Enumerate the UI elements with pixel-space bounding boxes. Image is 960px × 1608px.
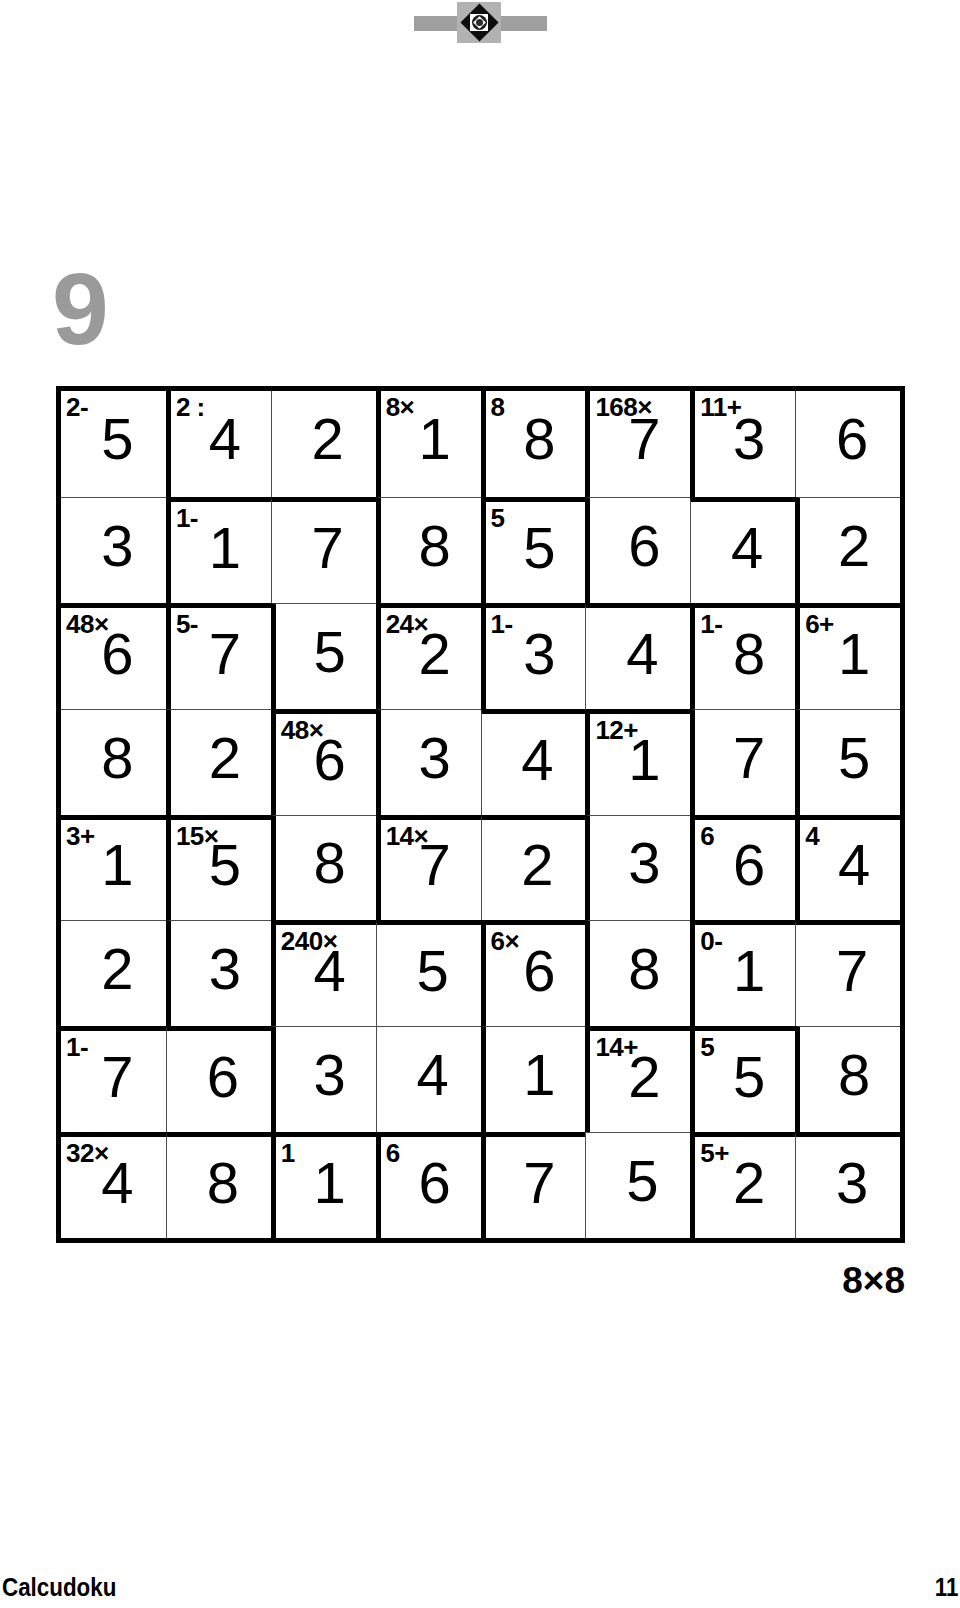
cell-value: 8: [65, 705, 170, 810]
cell-value: 6: [65, 603, 170, 704]
puzzle-grid: 2-52 :428×188168×711+3631-1785564248×65-…: [56, 386, 905, 1243]
puzzle-number: 9: [52, 258, 109, 360]
cell-r5c1: 3+1: [61, 815, 166, 921]
cell-r7c8: 8: [795, 1026, 900, 1132]
cell-r2c4: 8: [376, 497, 481, 603]
cell-value: 7: [276, 497, 380, 598]
cell-r7c4: 4: [376, 1026, 481, 1132]
cell-value: 6: [490, 920, 590, 1021]
cell-r6c2: 3: [166, 920, 271, 1026]
cell-r5c2: 15×5: [166, 815, 271, 921]
cell-r3c2: 5-7: [166, 603, 271, 709]
cell-r1c5: 88: [481, 391, 586, 497]
cell-value: 3: [385, 705, 485, 810]
cell-value: 1: [594, 709, 694, 810]
cell-value: 5: [699, 1026, 799, 1127]
cell-value: 3: [65, 493, 170, 598]
cell-value: 2: [175, 705, 275, 810]
cell-r2c8: 2: [795, 497, 900, 603]
cell-r4c6: 12+1: [585, 709, 690, 815]
cell-r6c1: 2: [61, 920, 166, 1026]
cell-r8c8: 3: [795, 1132, 900, 1238]
cell-value: 2: [804, 493, 904, 598]
cell-value: 4: [381, 1022, 485, 1127]
cell-r6c3: 240×4: [271, 920, 376, 1026]
cell-r6c4: 5: [376, 920, 481, 1026]
cell-value: 7: [800, 920, 904, 1021]
cell-value: 4: [804, 815, 904, 916]
cell-value: 1: [804, 603, 904, 704]
cell-value: 1: [280, 1132, 380, 1233]
cell-value: 5: [590, 1128, 694, 1233]
cell-r5c6: 3: [585, 815, 690, 921]
cell-r6c5: 6×6: [481, 920, 586, 1026]
cell-r3c3: 5: [271, 603, 376, 709]
cell-r6c8: 7: [795, 920, 900, 1026]
cell-value: 5: [804, 705, 904, 810]
footer-page-number: 11: [934, 1572, 958, 1603]
cell-value: 5: [490, 497, 590, 598]
cell-value: 3: [594, 811, 694, 916]
cell-value: 8: [804, 1022, 904, 1127]
cell-value: 5: [175, 815, 275, 916]
cell-value: 7: [385, 815, 485, 916]
cell-value: 2: [699, 1132, 799, 1233]
cell-r5c3: 8: [271, 815, 376, 921]
cell-value: 7: [490, 1132, 590, 1233]
cell-value: 6: [171, 1026, 275, 1127]
cell-value: 7: [175, 603, 275, 704]
cell-r5c4: 14×7: [376, 815, 481, 921]
cell-r7c1: 1-7: [61, 1026, 166, 1132]
cell-r3c5: 1-3: [481, 603, 586, 709]
grid-size-label: 8×8: [842, 1260, 905, 1302]
cell-r1c7: 11+3: [690, 391, 795, 497]
cell-value: 6: [699, 815, 799, 916]
cell-r1c3: 2: [271, 391, 376, 497]
cell-value: 7: [594, 386, 694, 492]
cell-value: 4: [695, 497, 799, 598]
cell-value: 5: [381, 920, 485, 1021]
cell-value: 8: [385, 493, 485, 598]
cell-value: 2: [276, 386, 380, 492]
cell-value: 1: [490, 1022, 590, 1127]
cell-value: 5: [280, 599, 380, 704]
cell-r7c2: 6: [166, 1026, 271, 1132]
cell-r3c6: 4: [585, 603, 690, 709]
cell-r3c1: 48×6: [61, 603, 166, 709]
cell-value: 4: [590, 603, 694, 704]
cell-r4c8: 5: [795, 709, 900, 815]
cell-r6c6: 8: [585, 920, 690, 1026]
cell-r8c2: 8: [166, 1132, 271, 1238]
cell-value: 8: [171, 1132, 275, 1233]
cell-value: 3: [175, 916, 275, 1021]
cell-r1c1: 2-5: [61, 391, 166, 497]
cell-value: 8: [280, 811, 380, 916]
cell-value: 6: [800, 386, 904, 492]
cell-r1c6: 168×7: [585, 391, 690, 497]
cell-value: 6: [385, 1132, 485, 1233]
cell-value: 1: [175, 497, 275, 598]
cell-r2c1: 3: [61, 497, 166, 603]
cell-r8c3: 11: [271, 1132, 376, 1238]
cell-value: 2: [486, 815, 590, 916]
cell-r7c7: 55: [690, 1026, 795, 1132]
cell-value: 8: [490, 386, 590, 492]
cell-r3c8: 6+1: [795, 603, 900, 709]
cell-value: 7: [65, 1026, 170, 1127]
cell-value: 3: [800, 1132, 904, 1233]
cell-value: 4: [486, 709, 590, 810]
cell-value: 3: [490, 603, 590, 704]
cell-value: 3: [699, 386, 799, 492]
cell-r7c6: 14+2: [585, 1026, 690, 1132]
cell-r5c8: 44: [795, 815, 900, 921]
cell-value: 1: [699, 920, 799, 1021]
puzzle-page: { "game": "calcudoku", "grid_size": "8x8…: [0, 0, 960, 1608]
cell-r1c4: 8×1: [376, 391, 481, 497]
cell-r8c1: 32×4: [61, 1132, 166, 1238]
cell-value: 1: [385, 386, 485, 492]
cell-r8c4: 66: [376, 1132, 481, 1238]
cell-r4c2: 2: [166, 709, 271, 815]
cell-r6c7: 0-1: [690, 920, 795, 1026]
cell-r5c5: 2: [481, 815, 586, 921]
footer-title: Calcudoku: [2, 1572, 116, 1603]
cell-r1c8: 6: [795, 391, 900, 497]
cell-value: 4: [175, 386, 275, 492]
cell-value: 4: [65, 1132, 170, 1233]
cell-value: 2: [65, 916, 170, 1021]
cell-r8c6: 5: [585, 1132, 690, 1238]
cell-value: 3: [280, 1022, 380, 1127]
cell-r4c5: 4: [481, 709, 586, 815]
cell-value: 1: [65, 815, 170, 916]
cell-r2c5: 55: [481, 497, 586, 603]
cell-r4c1: 8: [61, 709, 166, 815]
cell-value: 2: [594, 1026, 694, 1127]
cell-value: 8: [699, 603, 799, 704]
cell-r5c7: 66: [690, 815, 795, 921]
cell-r4c7: 7: [690, 709, 795, 815]
cell-r7c5: 1: [481, 1026, 586, 1132]
cell-r2c2: 1-1: [166, 497, 271, 603]
cell-r4c4: 3: [376, 709, 481, 815]
cell-value: 6: [594, 493, 694, 598]
cell-value: 5: [65, 386, 170, 492]
cell-r2c6: 6: [585, 497, 690, 603]
cell-value: 4: [280, 920, 380, 1021]
cell-r2c7: 4: [690, 497, 795, 603]
ornament-center-dot: [476, 19, 483, 26]
cell-r8c7: 5+2: [690, 1132, 795, 1238]
cell-r7c3: 3: [271, 1026, 376, 1132]
cell-r2c3: 7: [271, 497, 376, 603]
cell-r3c4: 24×2: [376, 603, 481, 709]
cell-value: 8: [594, 916, 694, 1021]
cell-r3c7: 1-8: [690, 603, 795, 709]
cell-r1c2: 2 :4: [166, 391, 271, 497]
cell-r8c5: 7: [481, 1132, 586, 1238]
cell-r4c3: 48×6: [271, 709, 376, 815]
cell-value: 2: [385, 603, 485, 704]
cell-value: 6: [280, 709, 380, 810]
cell-value: 7: [699, 705, 799, 810]
